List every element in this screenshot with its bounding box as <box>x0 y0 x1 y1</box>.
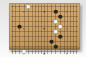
black-stone: ● <box>58 14 62 19</box>
white-stone: ● <box>58 24 62 29</box>
board-intersection: ● <box>26 4 30 9</box>
black-stone: ● <box>58 34 62 39</box>
go-board: ●●●●●●●●●●● <box>9 3 80 50</box>
board-intersection: ● <box>58 34 62 39</box>
board-intersection: ● <box>58 14 62 19</box>
black-stone: ● <box>17 24 21 29</box>
board-intersection: ● <box>54 44 58 49</box>
photo-background: ●●●●●●●●●●● <box>0 0 86 57</box>
board-intersection: ● <box>22 49 26 54</box>
board-intersection: ● <box>17 24 21 29</box>
board-intersection <box>75 49 78 54</box>
board-intersection: ● <box>58 24 62 29</box>
white-stone: ● <box>22 49 26 54</box>
go-board-grid: ●●●●●●●●●●● <box>11 4 78 47</box>
white-stone: ● <box>26 4 30 9</box>
black-stone: ● <box>54 44 58 49</box>
